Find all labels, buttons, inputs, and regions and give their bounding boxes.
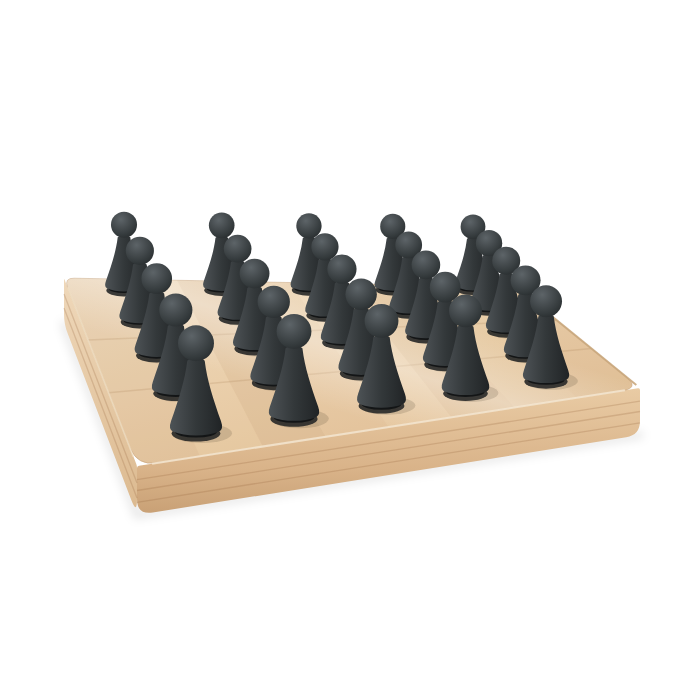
piece-glyph: ♟ [546, 351, 577, 362]
piece-glyph: ♟ [402, 361, 443, 375]
piece-glyph: ♟ [522, 330, 553, 339]
piece-glyph: ♟ [196, 412, 257, 435]
piece-glyph: ♟ [283, 340, 330, 353]
piece-glyph: ♟ [379, 336, 419, 348]
cell-r1c1[interactable]: ♟ [224, 308, 345, 336]
piece-glyph: ♟ [427, 388, 469, 404]
piece-glyph: ♟ [479, 294, 508, 301]
product-photo-stage: ♟♟♟♟♟♟♟♟♟♟♟♟♟♟♟♟♟♟♟♟♟♟♟♟♟ Wooden pawn bo… [0, 0, 700, 700]
piece-glyph: ♟ [264, 315, 309, 326]
piece-glyph: ♟ [358, 314, 397, 324]
piece-glyph: ♟ [458, 333, 493, 343]
piece-glyph: ♟ [339, 292, 377, 301]
piece-glyph: ♟ [507, 379, 543, 393]
piece-glyph: ♟ [436, 313, 470, 322]
piece-glyph: ♟ [481, 355, 516, 367]
piece-glyph: ♟ [160, 345, 216, 360]
piece-glyph: ♟ [246, 291, 289, 301]
piece-glyph: ♟ [415, 293, 448, 301]
piece-glyph: ♟ [131, 290, 182, 301]
cell-r0c0[interactable]: ♟ [86, 282, 224, 309]
piece-glyph: ♟ [500, 312, 530, 320]
piece-glyph: ♟ [145, 317, 198, 330]
piece-glyph: ♟ [177, 377, 235, 396]
piece-glyph: ♟ [303, 368, 351, 384]
piece-glyph: ♟ [572, 372, 604, 384]
piece-glyph: ♟ [327, 399, 377, 418]
